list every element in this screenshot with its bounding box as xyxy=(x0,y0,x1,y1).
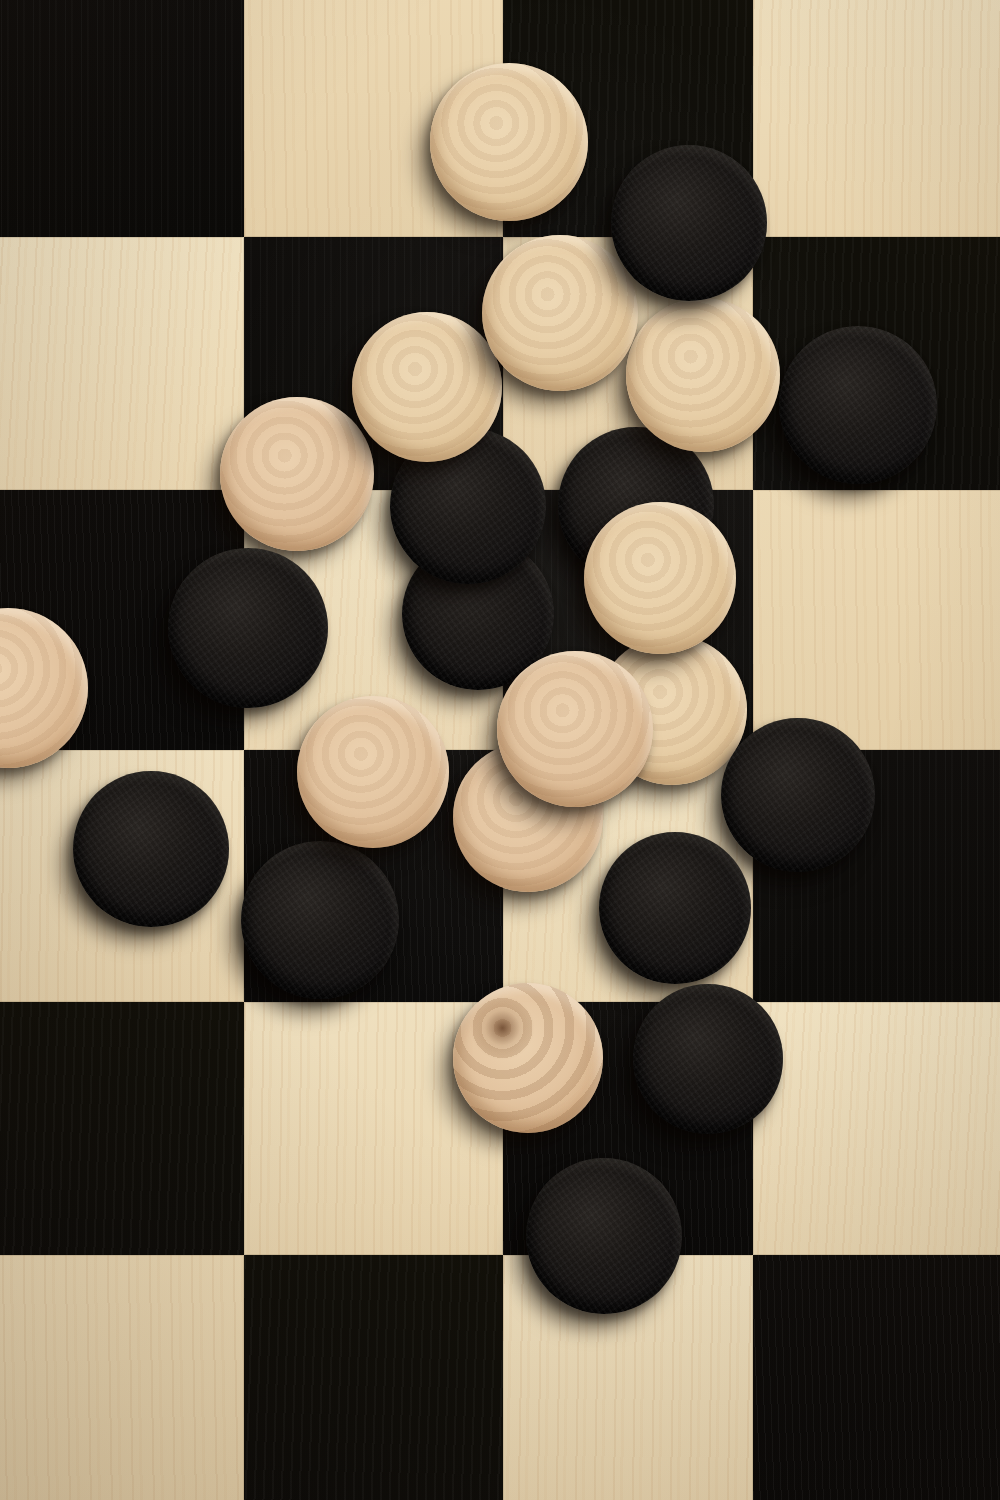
checker-piece-black[interactable] xyxy=(241,841,399,999)
checker-piece-black[interactable] xyxy=(611,145,767,301)
checker-piece-black[interactable] xyxy=(73,771,229,927)
checker-piece-natural[interactable] xyxy=(497,651,653,807)
checkers-board-overhead-photo xyxy=(0,0,1000,1500)
checker-piece-natural[interactable] xyxy=(220,397,374,551)
checker-piece-natural[interactable] xyxy=(297,696,449,848)
checker-piece-natural[interactable] xyxy=(352,312,502,462)
checker-piece-natural[interactable] xyxy=(0,608,88,768)
checker-piece-natural[interactable] xyxy=(430,63,588,221)
pieces-layer xyxy=(0,0,1000,1500)
checker-piece-natural[interactable] xyxy=(482,235,638,391)
checker-piece-black[interactable] xyxy=(721,718,875,872)
checker-piece-black[interactable] xyxy=(526,1158,682,1314)
checker-piece-natural[interactable] xyxy=(626,298,780,452)
checker-piece-black[interactable] xyxy=(779,326,937,484)
checker-piece-black[interactable] xyxy=(168,548,328,708)
checker-piece-black[interactable] xyxy=(633,984,783,1134)
checker-piece-natural[interactable] xyxy=(584,502,736,654)
checker-piece-black[interactable] xyxy=(599,832,751,984)
checker-piece-natural[interactable] xyxy=(453,983,603,1133)
